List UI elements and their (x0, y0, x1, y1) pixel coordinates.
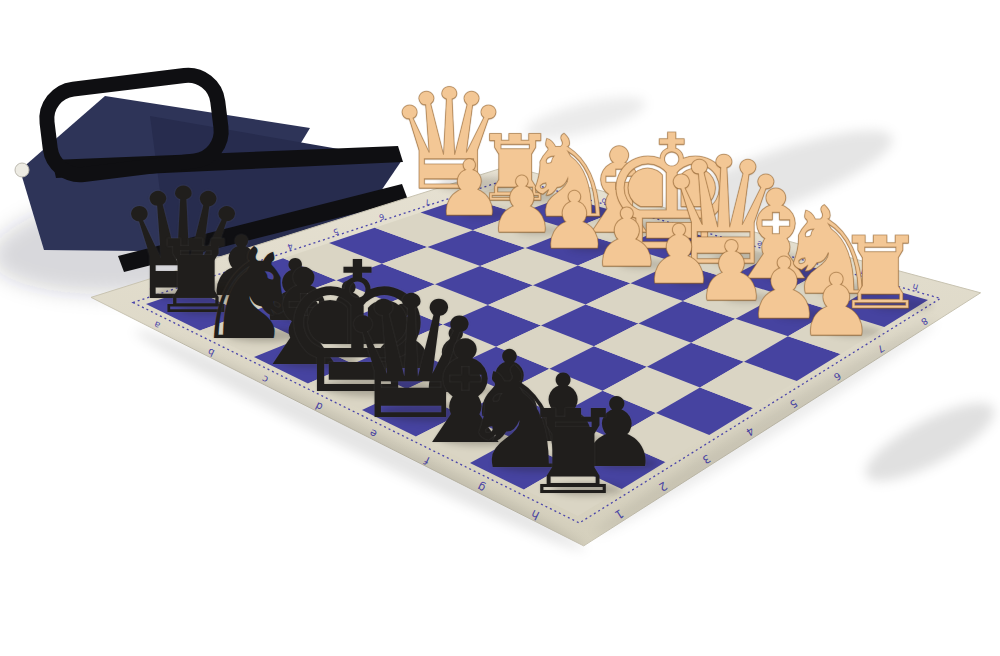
table-shadow-far-pieces (638, 111, 901, 253)
table-shadow-h8-rook (856, 389, 1000, 495)
board-and-bag-graphic: aabbccddeeffgghh1122334455667788 (0, 0, 1000, 656)
table-shadow-far-left (521, 88, 649, 147)
product-photo-scene: aabbccddeeffgghh1122334455667788 ♛♜♞♟♝♟♚… (0, 0, 1000, 656)
bag-toggle (15, 163, 29, 177)
